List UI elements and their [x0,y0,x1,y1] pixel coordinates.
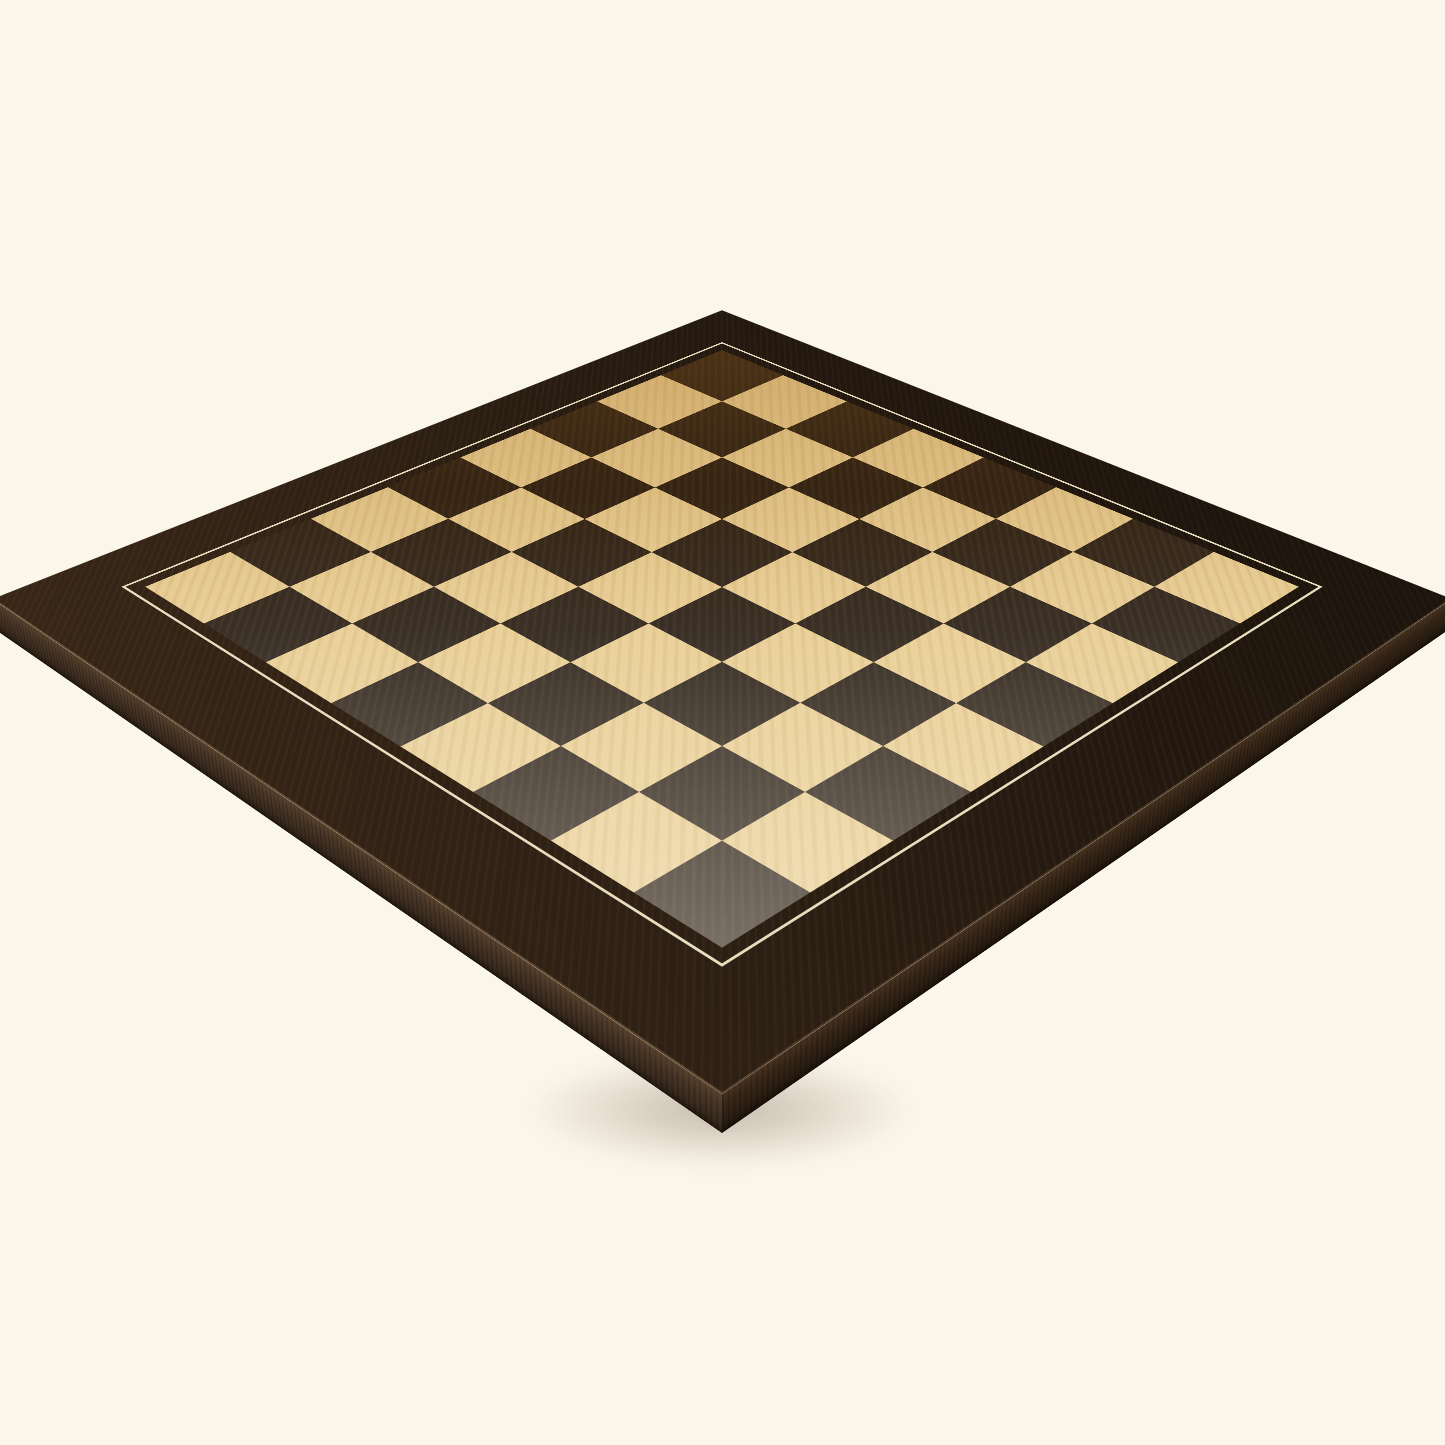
square-h1 [634,841,810,948]
square-f2 [561,703,722,792]
square-e1 [400,703,561,792]
square-g1 [551,792,722,892]
square-f3 [644,662,800,746]
board-top-face [0,310,1445,1094]
square-g5 [874,623,1026,703]
square-e3 [570,623,722,703]
playing-field [145,350,1299,948]
square-h6 [1026,623,1178,703]
product-photo-background [0,0,1445,1445]
square-f1 [473,746,639,841]
scene [0,0,1445,1445]
square-e2 [487,662,643,746]
square-d1 [331,662,487,746]
square-g3 [722,703,883,792]
square-h2 [722,792,893,892]
square-f4 [722,623,874,703]
square-c1 [266,623,418,703]
square-h5 [957,662,1113,746]
chess-board [0,310,1445,1094]
square-h4 [883,703,1044,792]
square-h3 [805,746,971,841]
square-d2 [418,623,570,703]
square-g4 [800,662,956,746]
square-g2 [639,746,805,841]
